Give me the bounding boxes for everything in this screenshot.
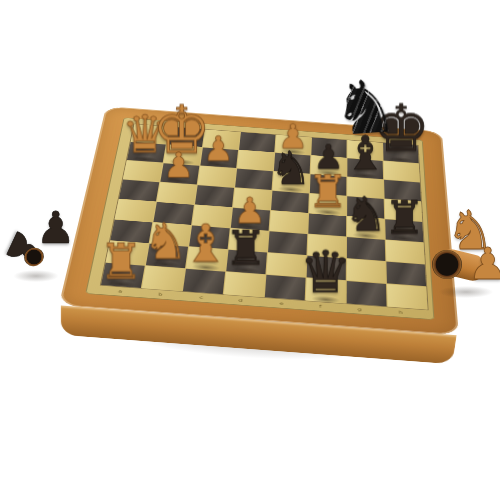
square-e5[interactable] (271, 191, 309, 213)
square-h3[interactable] (386, 240, 425, 264)
square-c7[interactable]: ♟ (200, 147, 238, 168)
rank-label-6: 6 (418, 191, 422, 194)
dark-n-g4[interactable]: ♞ (344, 190, 387, 238)
square-h2[interactable] (386, 262, 426, 287)
square-e4[interactable] (270, 211, 309, 234)
file-label-f: f (319, 305, 321, 310)
square-d6[interactable] (235, 169, 273, 190)
file-label-d: d (238, 299, 243, 304)
light-p-b6[interactable]: ♟ (163, 148, 194, 183)
file-label-h: h (398, 311, 402, 316)
rank-label-5: 5 (419, 210, 423, 214)
file-label-e: e (279, 302, 283, 307)
chess-set-photo: abcdefgh 87654321 ♟♚♛♚♟♟♝♟♞♜♟♞♜♞♝♜♜♛ ♟ ♟… (0, 0, 500, 500)
knight-artwork-overlay: ♞ (329, 68, 400, 146)
square-g1[interactable] (347, 281, 387, 307)
file-label-b: b (158, 293, 163, 298)
board-grid: ♟♚♛♚♟♟♝♟♞♜♟♞♜♞♝♜♜♛ (101, 124, 428, 309)
light-p-c7[interactable]: ♟ (203, 132, 233, 166)
square-h1[interactable] (387, 284, 428, 310)
square-g3[interactable] (347, 237, 385, 261)
board-scene: abcdefgh 87654321 ♟♚♛♚♟♟♝♟♞♜♟♞♜♞♝♜♜♛ (66, 0, 486, 432)
square-a1[interactable]: ♜ (101, 263, 145, 288)
dark-r-h4[interactable]: ♜ (384, 195, 425, 241)
square-c5[interactable] (195, 185, 234, 207)
square-b1[interactable] (142, 266, 185, 291)
square-d7[interactable] (237, 150, 274, 171)
fallen-piece-felt-base-right (432, 250, 462, 279)
dark-q-f1[interactable]: ♛ (300, 243, 352, 301)
rank-label-4: 4 (420, 231, 424, 235)
square-b6[interactable]: ♟ (160, 163, 199, 184)
offboard-right-pawn-standing[interactable]: ♟ (468, 242, 500, 286)
file-label-c: c (198, 296, 202, 301)
light-n-b2[interactable]: ♞ (143, 217, 187, 267)
dark-n-e6[interactable]: ♞ (270, 145, 311, 191)
square-f5[interactable]: ♜ (309, 193, 346, 215)
light-r-a1[interactable]: ♜ (99, 238, 142, 286)
file-label-a: a (117, 290, 122, 295)
square-h4[interactable]: ♜ (385, 219, 423, 242)
dark-r-d2[interactable]: ♜ (225, 225, 268, 273)
rank-label-7: 7 (417, 171, 421, 174)
square-a5[interactable] (119, 179, 159, 201)
square-f1[interactable]: ♛ (306, 278, 346, 304)
square-d2[interactable]: ♜ (226, 250, 267, 275)
light-r-f5[interactable]: ♜ (307, 169, 347, 214)
square-c6[interactable] (198, 166, 236, 187)
rank-label-8: 8 (416, 153, 420, 156)
square-h7[interactable] (384, 161, 420, 182)
light-b-c2[interactable]: ♝ (183, 218, 229, 270)
square-e6[interactable]: ♞ (272, 171, 309, 192)
square-c1[interactable] (183, 269, 225, 294)
square-c2[interactable]: ♝ (186, 247, 227, 271)
square-a6[interactable] (123, 160, 163, 181)
board-tilt-wrapper: abcdefgh 87654321 ♟♚♛♚♟♟♝♟♞♜♟♞♜♞♝♜♜♛ (50, 0, 500, 447)
file-label-g: g (358, 308, 362, 313)
square-g4[interactable]: ♞ (347, 216, 385, 239)
square-f4[interactable] (308, 213, 346, 236)
square-d1[interactable] (224, 272, 266, 297)
square-g2[interactable] (347, 259, 386, 284)
square-b5[interactable] (157, 182, 197, 204)
square-g7[interactable]: ♝ (347, 158, 383, 179)
